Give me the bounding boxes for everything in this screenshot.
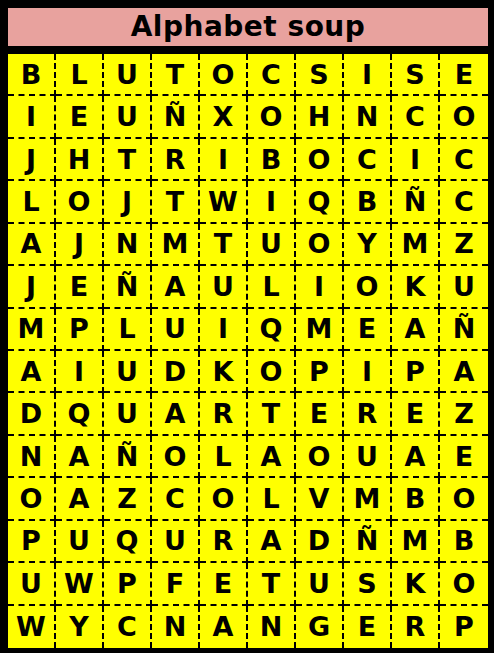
grid-cell[interactable]: O bbox=[200, 478, 248, 520]
grid-cell[interactable]: C bbox=[248, 54, 296, 96]
grid-cell[interactable]: E bbox=[344, 606, 392, 648]
grid-cell[interactable]: E bbox=[56, 96, 104, 138]
grid-cell[interactable]: A bbox=[200, 606, 248, 648]
grid-cell[interactable]: B bbox=[344, 181, 392, 223]
grid-cell[interactable]: R bbox=[152, 139, 200, 181]
grid-cell[interactable]: D bbox=[8, 393, 56, 435]
grid-cell[interactable]: P bbox=[104, 563, 152, 605]
grid-cell[interactable]: A bbox=[152, 266, 200, 308]
grid-cell[interactable]: U bbox=[8, 563, 56, 605]
grid-cell[interactable]: N bbox=[8, 436, 56, 478]
page-title: Alphabet soup bbox=[131, 13, 366, 41]
letter-grid: BLUTOCSISEIEUÑXOHNCOJHTRIBOCICLOJTWIQBÑC… bbox=[8, 54, 488, 648]
grid-cell[interactable]: S bbox=[296, 54, 344, 96]
grid-cell[interactable]: D bbox=[296, 521, 344, 563]
grid-cell[interactable]: F bbox=[152, 563, 200, 605]
grid-cell[interactable]: M bbox=[296, 309, 344, 351]
grid-cell[interactable]: R bbox=[344, 393, 392, 435]
grid-cell[interactable]: S bbox=[392, 54, 440, 96]
grid-cell[interactable]: J bbox=[104, 181, 152, 223]
grid-cell[interactable]: H bbox=[56, 139, 104, 181]
grid-cell[interactable]: N bbox=[248, 606, 296, 648]
grid-cell[interactable]: O bbox=[296, 139, 344, 181]
grid-cell[interactable]: I bbox=[392, 139, 440, 181]
grid-cell[interactable]: U bbox=[56, 521, 104, 563]
grid-cell[interactable]: M bbox=[344, 478, 392, 520]
grid-cell[interactable]: Q bbox=[296, 181, 344, 223]
grid-cell[interactable]: C bbox=[392, 96, 440, 138]
grid-cell[interactable]: I bbox=[248, 181, 296, 223]
grid-cell[interactable]: A bbox=[248, 521, 296, 563]
grid-cell[interactable]: Q bbox=[248, 309, 296, 351]
grid-cell[interactable]: Ñ bbox=[440, 309, 488, 351]
grid-cell[interactable]: A bbox=[8, 351, 56, 393]
grid-cell[interactable]: N bbox=[104, 224, 152, 266]
grid-cell[interactable]: A bbox=[8, 224, 56, 266]
grid-cell[interactable]: U bbox=[152, 309, 200, 351]
grid-cell[interactable]: N bbox=[344, 96, 392, 138]
grid-cell[interactable]: C bbox=[440, 181, 488, 223]
grid-cell[interactable]: A bbox=[56, 436, 104, 478]
grid-cell[interactable]: Ñ bbox=[392, 181, 440, 223]
grid-cell[interactable]: B bbox=[8, 54, 56, 96]
grid-cell[interactable]: T bbox=[104, 139, 152, 181]
grid-cell[interactable]: L bbox=[56, 54, 104, 96]
grid-cell[interactable]: U bbox=[104, 96, 152, 138]
grid-cell[interactable]: M bbox=[392, 224, 440, 266]
grid-cell[interactable]: A bbox=[152, 393, 200, 435]
grid-cell[interactable]: O bbox=[296, 436, 344, 478]
grid-cell[interactable]: O bbox=[8, 478, 56, 520]
grid-cell[interactable]: J bbox=[56, 224, 104, 266]
grid-cell[interactable]: W bbox=[8, 606, 56, 648]
grid-cell[interactable]: I bbox=[200, 309, 248, 351]
grid-cell[interactable]: H bbox=[296, 96, 344, 138]
grid-cell[interactable]: M bbox=[392, 521, 440, 563]
grid-cell[interactable]: L bbox=[200, 436, 248, 478]
grid-cell[interactable]: O bbox=[152, 436, 200, 478]
grid-cell[interactable]: C bbox=[152, 478, 200, 520]
grid-cell[interactable]: Y bbox=[344, 224, 392, 266]
grid-cell[interactable]: O bbox=[440, 96, 488, 138]
puzzle-header: Alphabet soup bbox=[8, 8, 488, 46]
grid-cell[interactable]: I bbox=[8, 96, 56, 138]
grid-cell[interactable]: U bbox=[440, 266, 488, 308]
grid-cell[interactable]: O bbox=[344, 266, 392, 308]
grid-cell[interactable]: O bbox=[248, 96, 296, 138]
grid-cell[interactable]: M bbox=[8, 309, 56, 351]
grid-cell[interactable]: O bbox=[56, 181, 104, 223]
grid-cell[interactable]: Ñ bbox=[152, 96, 200, 138]
grid-cell[interactable]: K bbox=[392, 266, 440, 308]
grid-cell[interactable]: U bbox=[248, 224, 296, 266]
grid-cell[interactable]: U bbox=[152, 521, 200, 563]
grid-cell[interactable]: C bbox=[344, 139, 392, 181]
grid-cell[interactable]: B bbox=[440, 521, 488, 563]
grid-cell[interactable]: U bbox=[104, 351, 152, 393]
grid-cell[interactable]: P bbox=[440, 606, 488, 648]
grid-cell[interactable]: K bbox=[392, 563, 440, 605]
grid-cell[interactable]: I bbox=[296, 266, 344, 308]
grid-cell[interactable]: G bbox=[296, 606, 344, 648]
grid-cell[interactable]: W bbox=[200, 181, 248, 223]
grid-cell[interactable]: U bbox=[344, 436, 392, 478]
grid-cell[interactable]: T bbox=[248, 563, 296, 605]
grid-cell[interactable]: T bbox=[152, 181, 200, 223]
grid-cell[interactable]: M bbox=[152, 224, 200, 266]
grid-cell[interactable]: N bbox=[152, 606, 200, 648]
grid-cell[interactable]: P bbox=[8, 521, 56, 563]
grid-cell[interactable]: U bbox=[104, 393, 152, 435]
grid-cell[interactable]: P bbox=[56, 309, 104, 351]
grid-cell[interactable]: L bbox=[248, 478, 296, 520]
grid-cell[interactable]: S bbox=[344, 563, 392, 605]
grid-cell[interactable]: C bbox=[104, 606, 152, 648]
grid-cell[interactable]: A bbox=[248, 436, 296, 478]
grid-cell[interactable]: Y bbox=[56, 606, 104, 648]
grid-cell[interactable]: P bbox=[392, 351, 440, 393]
grid-cell[interactable]: E bbox=[56, 266, 104, 308]
grid-cell[interactable]: I bbox=[56, 351, 104, 393]
grid-cell[interactable]: V bbox=[296, 478, 344, 520]
grid-cell[interactable]: U bbox=[104, 54, 152, 96]
grid-cell[interactable]: B bbox=[248, 139, 296, 181]
grid-cell[interactable]: T bbox=[200, 224, 248, 266]
grid-cell[interactable]: E bbox=[440, 436, 488, 478]
grid-cell[interactable]: Q bbox=[56, 393, 104, 435]
grid-cell[interactable]: O bbox=[440, 563, 488, 605]
grid-cell[interactable]: X bbox=[200, 96, 248, 138]
grid-cell[interactable]: Z bbox=[104, 478, 152, 520]
grid-cell[interactable]: L bbox=[8, 181, 56, 223]
grid-cell[interactable]: U bbox=[296, 563, 344, 605]
grid-cell[interactable]: J bbox=[8, 139, 56, 181]
grid-cell[interactable]: Q bbox=[104, 521, 152, 563]
grid-cell[interactable]: T bbox=[152, 54, 200, 96]
grid-cell[interactable]: O bbox=[200, 54, 248, 96]
grid-cell[interactable]: E bbox=[200, 563, 248, 605]
grid-cell[interactable]: R bbox=[200, 521, 248, 563]
grid-cell[interactable]: I bbox=[344, 351, 392, 393]
grid-cell[interactable]: E bbox=[440, 54, 488, 96]
grid-cell[interactable]: U bbox=[200, 266, 248, 308]
grid-cell[interactable]: Ñ bbox=[344, 521, 392, 563]
puzzle-frame: Alphabet soup BLUTOCSISEIEUÑXOHNCOJHTRIB… bbox=[0, 0, 494, 653]
grid-cell[interactable]: L bbox=[104, 309, 152, 351]
grid-cell[interactable]: W bbox=[56, 563, 104, 605]
grid-cell[interactable]: E bbox=[296, 393, 344, 435]
grid-cell[interactable]: E bbox=[344, 309, 392, 351]
grid-cell[interactable]: A bbox=[392, 436, 440, 478]
grid-cell[interactable]: Z bbox=[440, 393, 488, 435]
grid-cell[interactable]: Z bbox=[440, 224, 488, 266]
grid-cell[interactable]: A bbox=[392, 309, 440, 351]
grid-cell[interactable]: Ñ bbox=[104, 436, 152, 478]
grid-cell[interactable]: T bbox=[248, 393, 296, 435]
grid-cell[interactable]: B bbox=[392, 478, 440, 520]
grid-cell[interactable]: R bbox=[200, 393, 248, 435]
grid-cell[interactable]: L bbox=[248, 266, 296, 308]
grid-cell[interactable]: P bbox=[296, 351, 344, 393]
grid-cell[interactable]: I bbox=[344, 54, 392, 96]
grid-cell[interactable]: K bbox=[200, 351, 248, 393]
grid-cell[interactable]: I bbox=[200, 139, 248, 181]
grid-cell[interactable]: D bbox=[152, 351, 200, 393]
grid-cell[interactable]: Ñ bbox=[104, 266, 152, 308]
grid-cell[interactable]: R bbox=[392, 606, 440, 648]
grid-cell[interactable]: O bbox=[248, 351, 296, 393]
grid-cell[interactable]: E bbox=[392, 393, 440, 435]
grid-cell[interactable]: A bbox=[440, 351, 488, 393]
grid-cell[interactable]: O bbox=[296, 224, 344, 266]
grid-cell[interactable]: J bbox=[8, 266, 56, 308]
grid-cell[interactable]: C bbox=[440, 139, 488, 181]
grid-cell[interactable]: A bbox=[56, 478, 104, 520]
grid-cell[interactable]: O bbox=[440, 478, 488, 520]
